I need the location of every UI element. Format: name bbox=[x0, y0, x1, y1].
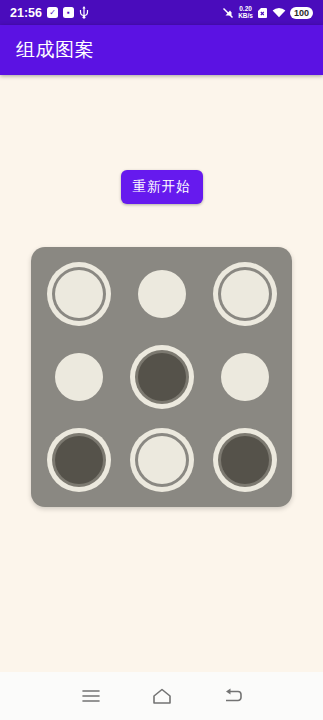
disc-r0c1 bbox=[138, 270, 186, 318]
disc-r2c2 bbox=[221, 436, 269, 484]
board-cell-r0c2[interactable] bbox=[203, 253, 286, 336]
disc-r2c0 bbox=[55, 436, 103, 484]
restart-button[interactable]: 重新开始 bbox=[121, 170, 203, 204]
board-cell-r1c0[interactable] bbox=[37, 336, 120, 419]
back-icon bbox=[223, 688, 243, 704]
board-cell-r2c0[interactable] bbox=[37, 418, 120, 501]
home-button[interactable] bbox=[150, 684, 174, 708]
navigation-bar bbox=[0, 672, 323, 720]
status-bar: 21:56 ✓ ▪ 0.20 KB/s bbox=[0, 0, 323, 25]
status-bar-right: 0.20 KB/s 100 bbox=[222, 6, 313, 19]
wifi-icon bbox=[272, 7, 286, 18]
disc-r1c1 bbox=[138, 353, 186, 401]
silent-mode-icon bbox=[222, 7, 234, 19]
back-button[interactable] bbox=[221, 684, 245, 708]
board-cell-r2c2[interactable] bbox=[203, 418, 286, 501]
notification-icon-2: ▪ bbox=[63, 7, 74, 18]
notification-icon-1: ✓ bbox=[47, 7, 58, 18]
network-speed-unit: KB/s bbox=[238, 13, 253, 20]
puzzle-board bbox=[31, 247, 292, 507]
board-cell-r0c1[interactable] bbox=[120, 253, 203, 336]
disc-r1c0 bbox=[55, 353, 103, 401]
status-bar-left: 21:56 ✓ ▪ bbox=[10, 6, 89, 20]
page-title: 组成图案 bbox=[16, 37, 94, 63]
board-cell-r1c1[interactable] bbox=[120, 336, 203, 419]
menu-icon bbox=[82, 689, 100, 703]
board-cell-r0c0[interactable] bbox=[37, 253, 120, 336]
disc-r1c2 bbox=[221, 353, 269, 401]
usb-icon bbox=[79, 6, 89, 19]
board-cell-r1c2[interactable] bbox=[203, 336, 286, 419]
no-sim-icon bbox=[257, 7, 268, 19]
board-cell-r2c1[interactable] bbox=[120, 418, 203, 501]
clock: 21:56 bbox=[10, 6, 42, 20]
disc-r0c0 bbox=[55, 270, 103, 318]
main-content: 重新开始 bbox=[0, 75, 323, 672]
phone-screen: 21:56 ✓ ▪ 0.20 KB/s bbox=[0, 0, 323, 720]
app-bar: 组成图案 bbox=[0, 25, 323, 75]
disc-r2c1 bbox=[138, 436, 186, 484]
home-icon bbox=[152, 688, 172, 705]
disc-r0c2 bbox=[221, 270, 269, 318]
menu-button[interactable] bbox=[79, 684, 103, 708]
network-speed: 0.20 KB/s bbox=[238, 6, 253, 19]
battery-indicator: 100 bbox=[290, 7, 313, 19]
